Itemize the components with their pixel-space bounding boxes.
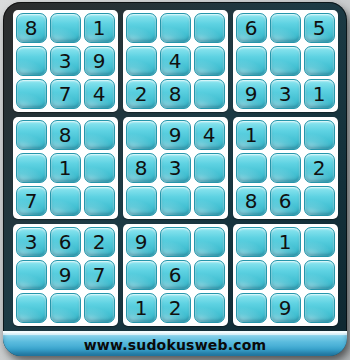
cell-r1c2[interactable] xyxy=(50,13,81,43)
cell-r2c4[interactable] xyxy=(126,46,157,76)
cell-r1c8[interactable] xyxy=(270,13,301,43)
cell-r8c8[interactable] xyxy=(270,260,301,290)
cell-r5c1[interactable] xyxy=(16,153,47,183)
cell-r2c8[interactable] xyxy=(270,46,301,76)
cell-r7c1[interactable]: 3 xyxy=(16,227,47,257)
cell-r8c4[interactable] xyxy=(126,260,157,290)
cell-r5c6[interactable] xyxy=(194,153,225,183)
cell-r2c1[interactable] xyxy=(16,46,47,76)
block-1-1: 813974 xyxy=(13,10,118,112)
cell-r3c8[interactable]: 3 xyxy=(270,79,301,109)
cell-r9c2[interactable] xyxy=(50,293,81,323)
cell-r7c8[interactable]: 1 xyxy=(270,227,301,257)
cell-r3c3[interactable]: 4 xyxy=(84,79,115,109)
cell-r4c7[interactable]: 1 xyxy=(236,120,267,150)
block-2-3: 1286 xyxy=(233,117,338,219)
cell-r6c7[interactable]: 8 xyxy=(236,186,267,216)
cell-r7c9[interactable] xyxy=(304,227,335,257)
cell-r5c7[interactable] xyxy=(236,153,267,183)
block-1-2: 428 xyxy=(123,10,228,112)
cell-r7c2[interactable]: 6 xyxy=(50,227,81,257)
block-1-3: 65931 xyxy=(233,10,338,112)
cell-r8c9[interactable] xyxy=(304,260,335,290)
cell-r4c4[interactable] xyxy=(126,120,157,150)
cell-r2c9[interactable] xyxy=(304,46,335,76)
cell-r1c1[interactable]: 8 xyxy=(16,13,47,43)
cell-r4c6[interactable]: 4 xyxy=(194,120,225,150)
cell-r8c3[interactable]: 7 xyxy=(84,260,115,290)
cell-r9c6[interactable] xyxy=(194,293,225,323)
cell-r4c2[interactable]: 8 xyxy=(50,120,81,150)
cell-r6c4[interactable] xyxy=(126,186,157,216)
cell-r6c8[interactable]: 6 xyxy=(270,186,301,216)
cell-r1c6[interactable] xyxy=(194,13,225,43)
cell-r9c4[interactable]: 1 xyxy=(126,293,157,323)
cell-r9c3[interactable] xyxy=(84,293,115,323)
cell-r2c7[interactable] xyxy=(236,46,267,76)
cell-r4c3[interactable] xyxy=(84,120,115,150)
cell-r9c8[interactable]: 9 xyxy=(270,293,301,323)
cell-r3c6[interactable] xyxy=(194,79,225,109)
cell-r3c2[interactable]: 7 xyxy=(50,79,81,109)
block-3-3: 19 xyxy=(233,224,338,326)
block-3-1: 36297 xyxy=(13,224,118,326)
cell-r6c3[interactable] xyxy=(84,186,115,216)
sudoku-grid: 813974428659318179483128636297961219 xyxy=(13,10,338,326)
cell-r1c3[interactable]: 1 xyxy=(84,13,115,43)
cell-r1c4[interactable] xyxy=(126,13,157,43)
cell-r4c8[interactable] xyxy=(270,120,301,150)
cell-r9c7[interactable] xyxy=(236,293,267,323)
cell-r8c7[interactable] xyxy=(236,260,267,290)
cell-r4c1[interactable] xyxy=(16,120,47,150)
site-url: www.sudokusweb.com xyxy=(84,337,267,353)
cell-r2c5[interactable]: 4 xyxy=(160,46,191,76)
cell-r9c5[interactable]: 2 xyxy=(160,293,191,323)
cell-r4c9[interactable] xyxy=(304,120,335,150)
cell-r6c5[interactable] xyxy=(160,186,191,216)
cell-r5c3[interactable] xyxy=(84,153,115,183)
cell-r8c6[interactable] xyxy=(194,260,225,290)
cell-r5c8[interactable] xyxy=(270,153,301,183)
cell-r1c9[interactable]: 5 xyxy=(304,13,335,43)
cell-r3c1[interactable] xyxy=(16,79,47,109)
cell-r7c6[interactable] xyxy=(194,227,225,257)
cell-r4c5[interactable]: 9 xyxy=(160,120,191,150)
cell-r3c5[interactable]: 8 xyxy=(160,79,191,109)
block-2-2: 9483 xyxy=(123,117,228,219)
cell-r5c9[interactable]: 2 xyxy=(304,153,335,183)
cell-r1c7[interactable]: 6 xyxy=(236,13,267,43)
cell-r8c5[interactable]: 6 xyxy=(160,260,191,290)
cell-r8c1[interactable] xyxy=(16,260,47,290)
cell-r9c9[interactable] xyxy=(304,293,335,323)
cell-r3c4[interactable]: 2 xyxy=(126,79,157,109)
page-background: 813974428659318179483128636297961219 www… xyxy=(0,0,350,360)
cell-r7c3[interactable]: 2 xyxy=(84,227,115,257)
cell-r7c5[interactable] xyxy=(160,227,191,257)
cell-r6c6[interactable] xyxy=(194,186,225,216)
cell-r5c2[interactable]: 1 xyxy=(50,153,81,183)
cell-r6c9[interactable] xyxy=(304,186,335,216)
cell-r5c4[interactable]: 8 xyxy=(126,153,157,183)
cell-r2c6[interactable] xyxy=(194,46,225,76)
footer-band: www.sudokusweb.com xyxy=(3,331,347,356)
cell-r3c7[interactable]: 9 xyxy=(236,79,267,109)
cell-r9c1[interactable] xyxy=(16,293,47,323)
cell-r7c7[interactable] xyxy=(236,227,267,257)
cell-r5c5[interactable]: 3 xyxy=(160,153,191,183)
block-3-2: 9612 xyxy=(123,224,228,326)
cell-r6c2[interactable] xyxy=(50,186,81,216)
sudoku-board: 813974428659318179483128636297961219 www… xyxy=(3,2,347,356)
cell-r3c9[interactable]: 1 xyxy=(304,79,335,109)
cell-r7c4[interactable]: 9 xyxy=(126,227,157,257)
cell-r1c5[interactable] xyxy=(160,13,191,43)
cell-r8c2[interactable]: 9 xyxy=(50,260,81,290)
cell-r2c3[interactable]: 9 xyxy=(84,46,115,76)
block-2-1: 817 xyxy=(13,117,118,219)
cell-r2c2[interactable]: 3 xyxy=(50,46,81,76)
cell-r6c1[interactable]: 7 xyxy=(16,186,47,216)
